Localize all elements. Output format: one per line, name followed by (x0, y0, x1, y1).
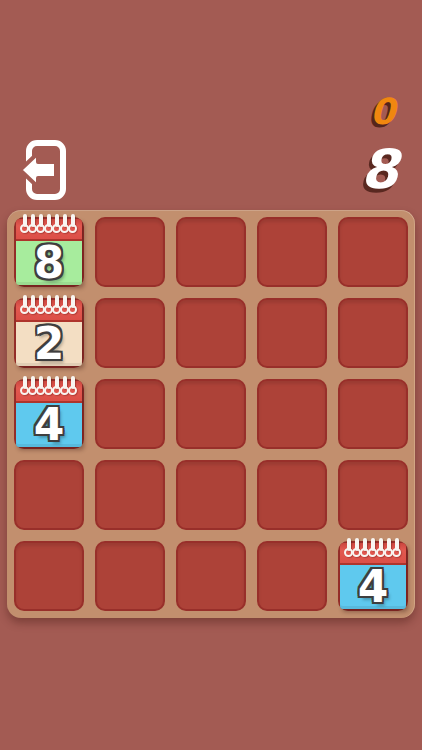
exit-icon (17, 189, 67, 204)
spiral-loop-icon (39, 214, 43, 234)
spiral-loop-icon (387, 538, 391, 558)
cell-r4c5 (338, 460, 408, 530)
tile-4: 4 (16, 381, 82, 447)
spiral-loop-icon (31, 214, 35, 234)
spiral-loop-icon (347, 538, 351, 558)
tile-value: 4 (358, 565, 389, 609)
spiral-loop-icon (379, 538, 383, 558)
spiral-loop-icon (363, 538, 367, 558)
best-tile-value: 8 (360, 143, 398, 197)
spiral-loop-icon (71, 295, 75, 315)
cell-r5c1 (14, 541, 84, 611)
spiral-loop-icon (63, 376, 67, 396)
tile-face: 4 (340, 565, 406, 609)
cell-r4c2 (95, 460, 165, 530)
tile-value: 4 (34, 403, 65, 447)
spiral-loop-icon (31, 376, 35, 396)
cell-r4c1 (14, 460, 84, 530)
cell-r2c1: 2 (14, 298, 84, 368)
cell-r2c2 (95, 298, 165, 368)
spiral-loop-icon (71, 214, 75, 234)
cell-r3c5 (338, 379, 408, 449)
spiral-loop-icon (47, 295, 51, 315)
cell-r1c5 (338, 217, 408, 287)
spiral-loop-icon (31, 295, 35, 315)
spiral-loop-icon (371, 538, 375, 558)
spiral-loop-icon (39, 376, 43, 396)
tile-face: 2 (16, 322, 82, 366)
spiral-loop-icon (47, 214, 51, 234)
spiral-loop-icon (395, 538, 399, 558)
tile-8: 8 (16, 219, 82, 285)
cell-r1c3 (176, 217, 246, 287)
cell-r1c4 (257, 217, 327, 287)
cell-r5c5: 4 (338, 541, 408, 611)
cell-r3c3 (176, 379, 246, 449)
cell-r2c4 (257, 298, 327, 368)
cell-r4c3 (176, 460, 246, 530)
spiral-loop-icon (71, 376, 75, 396)
spiral-loop-icon (63, 295, 67, 315)
spiral-loop-icon (47, 376, 51, 396)
tile-4: 4 (340, 543, 406, 609)
tile-2: 2 (16, 300, 82, 366)
tile-value: 2 (34, 322, 65, 366)
cell-r3c2 (95, 379, 165, 449)
spiral-loop-icon (39, 295, 43, 315)
cell-r3c1: 4 (14, 379, 84, 449)
spiral-loop-icon (23, 214, 27, 234)
cell-r5c4 (257, 541, 327, 611)
spiral-loop-icon (63, 214, 67, 234)
tile-value: 8 (34, 241, 65, 285)
cell-r5c3 (176, 541, 246, 611)
cell-r3c4 (257, 379, 327, 449)
score-value: 0 (370, 94, 395, 130)
spiral-loop-icon (23, 295, 27, 315)
spiral-loop-icon (55, 295, 59, 315)
spiral-loop-icon (55, 376, 59, 396)
tile-face: 4 (16, 403, 82, 447)
cell-r1c2 (95, 217, 165, 287)
spiral-loop-icon (23, 376, 27, 396)
cell-r4c4 (257, 460, 327, 530)
tile-face: 8 (16, 241, 82, 285)
spiral-loop-icon (55, 214, 59, 234)
cell-r1c1: 8 (14, 217, 84, 287)
cell-r2c5 (338, 298, 408, 368)
game-board[interactable]: 8244 (7, 210, 415, 618)
back-button[interactable] (17, 139, 67, 201)
cell-r5c2 (95, 541, 165, 611)
cell-r2c3 (176, 298, 246, 368)
spiral-loop-icon (355, 538, 359, 558)
